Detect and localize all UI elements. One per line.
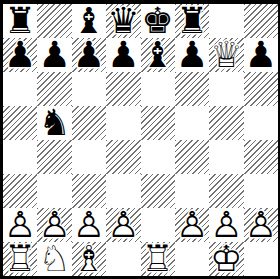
square-c3[interactable] bbox=[72, 174, 106, 208]
square-h5[interactable] bbox=[244, 106, 278, 140]
piece-glyph: ♜ bbox=[4, 4, 36, 38]
square-c4[interactable] bbox=[72, 140, 106, 174]
piece-halo: ♟ bbox=[245, 38, 277, 72]
square-g5[interactable] bbox=[209, 106, 243, 140]
piece-halo: ♚ bbox=[210, 242, 242, 276]
square-h4[interactable] bbox=[244, 140, 278, 174]
square-a8[interactable]: ♜♜ bbox=[3, 4, 37, 38]
piece-glyph: ♚ bbox=[142, 4, 174, 38]
piece-white-king: ♚♔ bbox=[209, 242, 243, 276]
piece-halo: ♟ bbox=[176, 38, 208, 72]
piece-glyph: ♝ bbox=[73, 4, 105, 38]
square-d7[interactable]: ♟♟ bbox=[106, 38, 140, 72]
square-f6[interactable] bbox=[175, 72, 209, 106]
piece-black-knight: ♞♞ bbox=[37, 106, 71, 140]
square-g4[interactable] bbox=[209, 140, 243, 174]
piece-glyph: ♟ bbox=[73, 38, 105, 72]
chess-board: ♜♜♝♝♛♛♚♚♜♜♟♟♟♟♟♟♟♟♝♝♟♟♛♕♟♟♞♞♟♙♟♙♟♙♟♙♟♙♟♙… bbox=[3, 4, 278, 276]
square-g3[interactable] bbox=[209, 174, 243, 208]
piece-halo: ♚ bbox=[142, 4, 174, 38]
square-c8[interactable]: ♝♝ bbox=[72, 4, 106, 38]
piece-halo: ♜ bbox=[176, 4, 208, 38]
square-d3[interactable] bbox=[106, 174, 140, 208]
piece-black-bishop: ♝♝ bbox=[72, 4, 106, 38]
square-a3[interactable] bbox=[3, 174, 37, 208]
square-f1[interactable] bbox=[175, 242, 209, 276]
square-a1[interactable]: ♜♖ bbox=[3, 242, 37, 276]
piece-black-pawn: ♟♟ bbox=[106, 38, 140, 72]
piece-white-queen: ♛♕ bbox=[209, 38, 243, 72]
square-e1[interactable]: ♜♖ bbox=[141, 242, 175, 276]
square-g2[interactable]: ♟♙ bbox=[209, 208, 243, 242]
piece-halo: ♟ bbox=[107, 38, 139, 72]
piece-halo: ♛ bbox=[210, 38, 242, 72]
piece-halo: ♟ bbox=[38, 38, 70, 72]
piece-halo: ♟ bbox=[38, 208, 70, 242]
piece-black-queen: ♛♛ bbox=[106, 4, 140, 38]
square-b7[interactable]: ♟♟ bbox=[37, 38, 71, 72]
square-c6[interactable] bbox=[72, 72, 106, 106]
piece-glyph: ♟ bbox=[38, 38, 70, 72]
piece-black-rook: ♜♜ bbox=[175, 4, 209, 38]
piece-glyph: ♜ bbox=[176, 4, 208, 38]
piece-glyph: ♙ bbox=[176, 208, 208, 242]
board-frame: ♜♜♝♝♛♛♚♚♜♜♟♟♟♟♟♟♟♟♝♝♟♟♛♕♟♟♞♞♟♙♟♙♟♙♟♙♟♙♟♙… bbox=[0, 0, 280, 279]
square-b8[interactable] bbox=[37, 4, 71, 38]
piece-halo: ♛ bbox=[107, 4, 139, 38]
square-d6[interactable] bbox=[106, 72, 140, 106]
square-f5[interactable] bbox=[175, 106, 209, 140]
piece-halo: ♞ bbox=[38, 106, 70, 140]
piece-glyph: ♙ bbox=[4, 208, 36, 242]
piece-black-bishop: ♝♝ bbox=[141, 38, 175, 72]
piece-halo: ♟ bbox=[176, 208, 208, 242]
square-a2[interactable]: ♟♙ bbox=[3, 208, 37, 242]
piece-glyph: ♗ bbox=[73, 242, 105, 276]
piece-halo: ♟ bbox=[107, 208, 139, 242]
square-d4[interactable] bbox=[106, 140, 140, 174]
square-e4[interactable] bbox=[141, 140, 175, 174]
square-h1[interactable] bbox=[244, 242, 278, 276]
piece-glyph: ♙ bbox=[38, 208, 70, 242]
piece-halo: ♝ bbox=[73, 242, 105, 276]
square-f8[interactable]: ♜♜ bbox=[175, 4, 209, 38]
square-e7[interactable]: ♝♝ bbox=[141, 38, 175, 72]
square-f7[interactable]: ♟♟ bbox=[175, 38, 209, 72]
piece-white-pawn: ♟♙ bbox=[106, 208, 140, 242]
piece-white-pawn: ♟♙ bbox=[175, 208, 209, 242]
piece-black-pawn: ♟♟ bbox=[37, 38, 71, 72]
piece-white-pawn: ♟♙ bbox=[209, 208, 243, 242]
square-f2[interactable]: ♟♙ bbox=[175, 208, 209, 242]
piece-black-rook: ♜♜ bbox=[3, 4, 37, 38]
piece-white-bishop: ♝♗ bbox=[72, 242, 106, 276]
square-b5[interactable]: ♞♞ bbox=[37, 106, 71, 140]
square-g8[interactable] bbox=[209, 4, 243, 38]
piece-white-pawn: ♟♙ bbox=[3, 208, 37, 242]
square-b4[interactable] bbox=[37, 140, 71, 174]
piece-black-pawn: ♟♟ bbox=[175, 38, 209, 72]
piece-white-pawn: ♟♙ bbox=[244, 208, 278, 242]
square-c1[interactable]: ♝♗ bbox=[72, 242, 106, 276]
piece-white-rook: ♜♖ bbox=[3, 242, 37, 276]
piece-glyph: ♔ bbox=[210, 242, 242, 276]
piece-halo: ♜ bbox=[142, 242, 174, 276]
piece-white-knight: ♞♘ bbox=[37, 242, 71, 276]
square-c2[interactable]: ♟♙ bbox=[72, 208, 106, 242]
piece-glyph: ♙ bbox=[73, 208, 105, 242]
piece-glyph: ♛ bbox=[107, 4, 139, 38]
piece-black-pawn: ♟♟ bbox=[72, 38, 106, 72]
square-d8[interactable]: ♛♛ bbox=[106, 4, 140, 38]
square-h3[interactable] bbox=[244, 174, 278, 208]
square-c5[interactable] bbox=[72, 106, 106, 140]
piece-white-rook: ♜♖ bbox=[141, 242, 175, 276]
square-e8[interactable]: ♚♚ bbox=[141, 4, 175, 38]
piece-glyph: ♞ bbox=[38, 106, 70, 140]
piece-halo: ♟ bbox=[245, 208, 277, 242]
square-b3[interactable] bbox=[37, 174, 71, 208]
square-b6[interactable] bbox=[37, 72, 71, 106]
piece-halo: ♜ bbox=[4, 242, 36, 276]
piece-glyph: ♟ bbox=[176, 38, 208, 72]
piece-white-pawn: ♟♙ bbox=[72, 208, 106, 242]
square-e6[interactable] bbox=[141, 72, 175, 106]
square-f3[interactable] bbox=[175, 174, 209, 208]
square-a4[interactable] bbox=[3, 140, 37, 174]
square-e5[interactable] bbox=[141, 106, 175, 140]
square-a5[interactable] bbox=[3, 106, 37, 140]
piece-halo: ♜ bbox=[4, 4, 36, 38]
piece-halo: ♝ bbox=[142, 38, 174, 72]
square-b1[interactable]: ♞♘ bbox=[37, 242, 71, 276]
piece-glyph: ♟ bbox=[4, 38, 36, 72]
square-d5[interactable] bbox=[106, 106, 140, 140]
piece-halo: ♟ bbox=[210, 208, 242, 242]
square-g1[interactable]: ♚♔ bbox=[209, 242, 243, 276]
piece-glyph: ♙ bbox=[210, 208, 242, 242]
piece-black-pawn: ♟♟ bbox=[244, 38, 278, 72]
piece-glyph: ♙ bbox=[245, 208, 277, 242]
square-h6[interactable] bbox=[244, 72, 278, 106]
piece-halo: ♞ bbox=[38, 242, 70, 276]
square-e2[interactable] bbox=[141, 208, 175, 242]
piece-black-pawn: ♟♟ bbox=[3, 38, 37, 72]
square-e3[interactable] bbox=[141, 174, 175, 208]
piece-glyph: ♟ bbox=[245, 38, 277, 72]
piece-glyph: ♙ bbox=[107, 208, 139, 242]
square-d2[interactable]: ♟♙ bbox=[106, 208, 140, 242]
square-a7[interactable]: ♟♟ bbox=[3, 38, 37, 72]
piece-glyph: ♝ bbox=[142, 38, 174, 72]
square-h8[interactable] bbox=[244, 4, 278, 38]
piece-halo: ♟ bbox=[4, 208, 36, 242]
piece-glyph: ♟ bbox=[107, 38, 139, 72]
piece-glyph: ♖ bbox=[4, 242, 36, 276]
piece-halo: ♟ bbox=[73, 38, 105, 72]
square-h7[interactable]: ♟♟ bbox=[244, 38, 278, 72]
square-b2[interactable]: ♟♙ bbox=[37, 208, 71, 242]
piece-black-king: ♚♚ bbox=[141, 4, 175, 38]
square-c7[interactable]: ♟♟ bbox=[72, 38, 106, 72]
piece-halo: ♟ bbox=[73, 208, 105, 242]
square-h2[interactable]: ♟♙ bbox=[244, 208, 278, 242]
piece-glyph: ♖ bbox=[142, 242, 174, 276]
square-f4[interactable] bbox=[175, 140, 209, 174]
piece-glyph: ♕ bbox=[210, 38, 242, 72]
piece-glyph: ♘ bbox=[38, 242, 70, 276]
square-a6[interactable] bbox=[3, 72, 37, 106]
square-g7[interactable]: ♛♕ bbox=[209, 38, 243, 72]
square-d1[interactable] bbox=[106, 242, 140, 276]
piece-halo: ♟ bbox=[4, 38, 36, 72]
square-g6[interactable] bbox=[209, 72, 243, 106]
piece-halo: ♝ bbox=[73, 4, 105, 38]
piece-white-pawn: ♟♙ bbox=[37, 208, 71, 242]
